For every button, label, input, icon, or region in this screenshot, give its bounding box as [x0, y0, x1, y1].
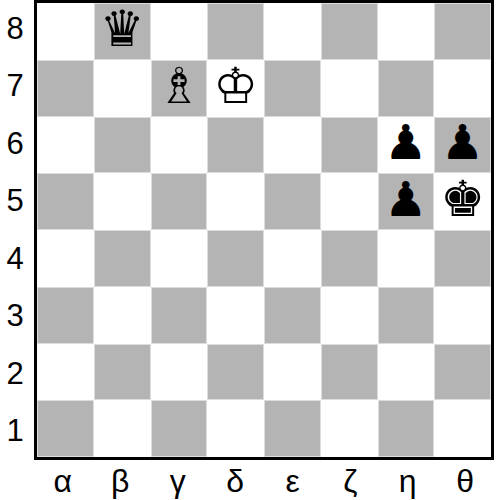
- square-β5[interactable]: [94, 173, 151, 230]
- square-γ6[interactable]: [151, 117, 208, 174]
- square-γ7[interactable]: ♗: [151, 60, 208, 117]
- square-θ6[interactable]: ♟: [434, 117, 491, 174]
- square-ζ3[interactable]: [321, 287, 378, 344]
- square-ε4[interactable]: [264, 230, 321, 287]
- rank-label-6: 6: [0, 115, 34, 173]
- square-δ1[interactable]: [207, 400, 264, 457]
- square-δ7[interactable]: ♔: [207, 60, 264, 117]
- square-η8[interactable]: [378, 3, 435, 60]
- file-label-γ: γ: [149, 460, 207, 500]
- square-γ3[interactable]: [151, 287, 208, 344]
- black-pawn-g6[interactable]: ♟: [384, 117, 427, 172]
- square-θ7[interactable]: [434, 60, 491, 117]
- square-δ6[interactable]: [207, 117, 264, 174]
- square-θ8[interactable]: [434, 3, 491, 60]
- square-η1[interactable]: [378, 400, 435, 457]
- square-θ3[interactable]: [434, 287, 491, 344]
- file-label-α: α: [34, 460, 92, 500]
- square-γ5[interactable]: [151, 173, 208, 230]
- rank-label-3: 3: [0, 288, 34, 346]
- square-δ5[interactable]: [207, 173, 264, 230]
- black-pawn-g5[interactable]: ♟: [384, 173, 427, 228]
- rank-label-7: 7: [0, 58, 34, 116]
- white-king-d7[interactable]: ♔: [213, 60, 258, 115]
- square-ε5[interactable]: [264, 173, 321, 230]
- square-γ1[interactable]: [151, 400, 208, 457]
- square-β2[interactable]: [94, 344, 151, 401]
- square-β3[interactable]: [94, 287, 151, 344]
- black-queen-b8[interactable]: ♛: [100, 3, 145, 58]
- square-ζ8[interactable]: [321, 3, 378, 60]
- square-α3[interactable]: [37, 287, 94, 344]
- square-ζ7[interactable]: [321, 60, 378, 117]
- square-η4[interactable]: [378, 230, 435, 287]
- square-θ4[interactable]: [434, 230, 491, 287]
- square-θ1[interactable]: [434, 400, 491, 457]
- file-labels: αβγδεζηθ: [34, 460, 494, 500]
- square-α2[interactable]: [37, 344, 94, 401]
- square-η7[interactable]: [378, 60, 435, 117]
- square-α7[interactable]: [37, 60, 94, 117]
- square-ε2[interactable]: [264, 344, 321, 401]
- rank-label-5: 5: [0, 173, 34, 231]
- square-β8[interactable]: ♛: [94, 3, 151, 60]
- file-label-η: η: [379, 460, 437, 500]
- square-γ2[interactable]: [151, 344, 208, 401]
- square-ε6[interactable]: [264, 117, 321, 174]
- square-η3[interactable]: [378, 287, 435, 344]
- square-α8[interactable]: [37, 3, 94, 60]
- square-β1[interactable]: [94, 400, 151, 457]
- square-ε3[interactable]: [264, 287, 321, 344]
- square-β4[interactable]: [94, 230, 151, 287]
- rank-label-1: 1: [0, 403, 34, 461]
- square-ζ2[interactable]: [321, 344, 378, 401]
- rank-label-2: 2: [0, 345, 34, 403]
- file-label-δ: δ: [207, 460, 265, 500]
- square-ζ6[interactable]: [321, 117, 378, 174]
- square-γ4[interactable]: [151, 230, 208, 287]
- square-β7[interactable]: [94, 60, 151, 117]
- square-θ2[interactable]: [434, 344, 491, 401]
- rank-labels: 87654321: [0, 0, 34, 460]
- square-δ8[interactable]: [207, 3, 264, 60]
- board: ♛♗♔♟♟♟♚: [34, 0, 494, 460]
- file-label-θ: θ: [437, 460, 495, 500]
- square-η2[interactable]: [378, 344, 435, 401]
- file-label-ε: ε: [264, 460, 322, 500]
- white-bishop-c7[interactable]: ♗: [156, 60, 201, 115]
- black-pawn-h6[interactable]: ♟: [441, 117, 484, 172]
- square-ε8[interactable]: [264, 3, 321, 60]
- square-ζ5[interactable]: [321, 173, 378, 230]
- square-η5[interactable]: ♟: [378, 173, 435, 230]
- square-δ4[interactable]: [207, 230, 264, 287]
- black-king-h5[interactable]: ♚: [440, 173, 485, 228]
- rank-label-8: 8: [0, 0, 34, 58]
- square-η6[interactable]: ♟: [378, 117, 435, 174]
- square-ζ4[interactable]: [321, 230, 378, 287]
- square-δ3[interactable]: [207, 287, 264, 344]
- square-ζ1[interactable]: [321, 400, 378, 457]
- square-ε1[interactable]: [264, 400, 321, 457]
- rank-label-4: 4: [0, 230, 34, 288]
- square-γ8[interactable]: [151, 3, 208, 60]
- square-δ2[interactable]: [207, 344, 264, 401]
- file-label-β: β: [92, 460, 150, 500]
- square-θ5[interactable]: ♚: [434, 173, 491, 230]
- square-β6[interactable]: [94, 117, 151, 174]
- chess-diagram: 87654321 ♛♗♔♟♟♟♚ αβγδεζηθ: [0, 0, 500, 500]
- file-label-ζ: ζ: [322, 460, 380, 500]
- square-α1[interactable]: [37, 400, 94, 457]
- square-α4[interactable]: [37, 230, 94, 287]
- square-α6[interactable]: [37, 117, 94, 174]
- square-ε7[interactable]: [264, 60, 321, 117]
- square-α5[interactable]: [37, 173, 94, 230]
